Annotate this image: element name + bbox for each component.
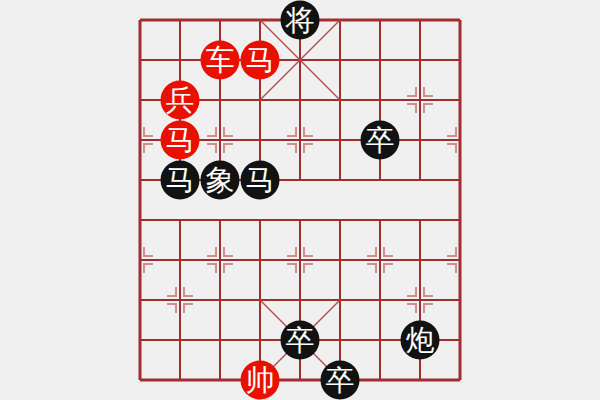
- xiangqi-diagram: 将车马兵马卒马象马卒炮帅卒: [0, 0, 600, 400]
- piece-black-soldier-3[interactable]: 卒: [321, 361, 360, 400]
- piece-black-general[interactable]: 将: [281, 1, 320, 40]
- piece-red-horse-1[interactable]: 马: [241, 41, 280, 80]
- pieces-layer: 将车马兵马卒马象马卒炮帅卒: [0, 0, 600, 400]
- piece-red-chariot[interactable]: 车: [201, 41, 240, 80]
- piece-black-horse-1[interactable]: 马: [161, 161, 200, 200]
- piece-red-soldier[interactable]: 兵: [161, 81, 200, 120]
- piece-red-horse-2[interactable]: 马: [161, 121, 200, 160]
- piece-black-cannon[interactable]: 炮: [401, 321, 440, 360]
- piece-black-soldier-2[interactable]: 卒: [281, 321, 320, 360]
- piece-black-soldier-1[interactable]: 卒: [361, 121, 400, 160]
- piece-red-general[interactable]: 帅: [241, 361, 280, 400]
- piece-black-horse-2[interactable]: 马: [241, 161, 280, 200]
- piece-black-elephant[interactable]: 象: [201, 161, 240, 200]
